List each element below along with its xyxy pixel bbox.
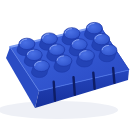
stud-top	[49, 44, 65, 55]
hinge-slit	[93, 73, 94, 89]
stud-top	[71, 39, 87, 50]
product-photo	[0, 0, 135, 135]
stud-top	[56, 55, 72, 66]
stud-top	[41, 33, 57, 44]
lego-plate-photo	[0, 0, 135, 135]
hinge-slit	[74, 77, 75, 95]
stud-top	[33, 60, 49, 71]
stud-top	[64, 28, 80, 39]
stud-top	[19, 38, 35, 49]
stud-top	[94, 33, 110, 44]
hinge-slit	[113, 68, 114, 83]
stud-top	[86, 22, 102, 33]
stud-top	[78, 50, 94, 61]
hinge-slit	[54, 82, 55, 101]
stud-top	[101, 44, 117, 55]
stud-top	[26, 49, 42, 60]
drop-shadow	[0, 101, 118, 119]
